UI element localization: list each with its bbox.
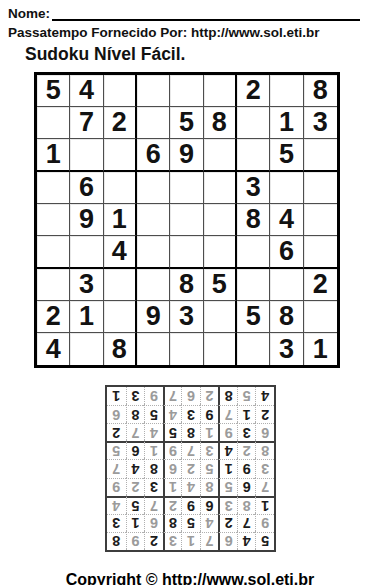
puzzle-given-cell: 5 [170, 107, 203, 139]
solution-given-cell: 1 [218, 459, 237, 477]
puzzle-given-cell: 4 [37, 333, 70, 365]
solution-given-cell: 4 [125, 459, 144, 477]
solution-given-cell: 1 [236, 405, 255, 423]
puzzle-given-cell: 8 [270, 301, 303, 333]
puzzle-empty-cell[interactable] [137, 333, 170, 365]
solution-solved-cell: 7 [107, 459, 126, 477]
puzzle-empty-cell[interactable] [204, 75, 237, 107]
solution-solved-cell: 5 [218, 478, 237, 496]
puzzle-empty-cell[interactable] [137, 75, 170, 107]
solution-area: 5467132989724586131836927547658413293915… [8, 385, 372, 552]
puzzle-empty-cell[interactable] [170, 204, 203, 236]
puzzle-empty-cell[interactable] [304, 139, 337, 172]
puzzle-given-cell: 8 [237, 204, 270, 236]
puzzle-given-cell: 3 [70, 269, 103, 301]
solution-solved-cell: 3 [162, 532, 181, 550]
solution-given-cell: 3 [107, 514, 126, 532]
solution-given-cell: 9 [181, 496, 200, 514]
solution-grid: 5467132989724586131836927547658413293915… [105, 385, 276, 552]
solution-given-cell: 5 [255, 532, 274, 550]
puzzle-given-cell: 6 [137, 139, 170, 172]
solution-solved-cell: 2 [125, 478, 144, 496]
solution-given-cell: 9 [236, 459, 255, 477]
solution-given-cell: 8 [144, 459, 163, 477]
solution-solved-cell: 9 [162, 441, 181, 459]
solution-solved-cell: 9 [218, 423, 237, 441]
name-fill-in-line [52, 6, 360, 21]
provider-text: Passatempo Fornecido Por: http://www.sol… [8, 25, 372, 40]
puzzle-empty-cell[interactable] [37, 236, 70, 269]
solution-solved-cell: 4 [144, 423, 163, 441]
solution-given-cell: 3 [181, 405, 200, 423]
solution-given-cell: 4 [255, 387, 274, 405]
puzzle-empty-cell[interactable] [170, 172, 203, 204]
solution-solved-cell: 7 [162, 387, 181, 405]
puzzle-empty-cell[interactable] [137, 107, 170, 139]
puzzle-empty-cell[interactable] [237, 107, 270, 139]
solution-given-cell: 8 [107, 532, 126, 550]
puzzle-empty-cell[interactable] [170, 333, 203, 365]
puzzle-given-cell: 1 [104, 204, 137, 236]
puzzle-empty-cell[interactable] [104, 301, 137, 333]
puzzle-empty-cell[interactable] [204, 333, 237, 365]
solution-solved-cell: 7 [255, 478, 274, 496]
puzzle-given-cell: 9 [137, 301, 170, 333]
solution-solved-cell: 4 [181, 478, 200, 496]
solution-given-cell: 3 [236, 423, 255, 441]
puzzle-grid: 542872581316956391844638522193584831 [34, 72, 340, 368]
solution-given-cell: 3 [125, 387, 144, 405]
puzzle-given-cell: 1 [304, 333, 337, 365]
puzzle-empty-cell[interactable] [70, 236, 103, 269]
puzzle-given-cell: 9 [70, 204, 103, 236]
puzzle-empty-cell[interactable] [304, 301, 337, 333]
puzzle-empty-cell[interactable] [37, 269, 70, 301]
solution-given-cell: 4 [236, 532, 255, 550]
puzzle-empty-cell[interactable] [204, 301, 237, 333]
solution-given-cell: 1 [255, 496, 274, 514]
solution-given-cell: 2 [107, 423, 126, 441]
puzzle-empty-cell[interactable] [204, 204, 237, 236]
solution-solved-cell: 8 [199, 478, 218, 496]
solution-given-cell: 6 [199, 496, 218, 514]
copyright-text: Copyright © http://www.sol.eti.br [8, 571, 372, 585]
puzzle-given-cell: 2 [304, 269, 337, 301]
solution-solved-cell: 2 [162, 496, 181, 514]
puzzle-given-cell: 8 [170, 269, 203, 301]
solution-solved-cell: 4 [199, 514, 218, 532]
puzzle-empty-cell[interactable] [37, 204, 70, 236]
solution-solved-cell: 6 [218, 532, 237, 550]
solution-solved-cell: 5 [236, 387, 255, 405]
puzzle-empty-cell[interactable] [104, 172, 137, 204]
solution-solved-cell: 3 [255, 459, 274, 477]
puzzle-given-cell: 3 [170, 301, 203, 333]
puzzle-empty-cell[interactable] [37, 172, 70, 204]
solution-given-cell: 4 [218, 441, 237, 459]
solution-solved-cell: 7 [125, 423, 144, 441]
puzzle-given-cell: 6 [70, 172, 103, 204]
solution-solved-cell: 6 [255, 423, 274, 441]
puzzle-given-cell: 2 [104, 107, 137, 139]
solution-solved-cell: 6 [181, 387, 200, 405]
solution-solved-cell: 9 [107, 478, 126, 496]
puzzle-empty-cell[interactable] [270, 75, 303, 107]
solution-solved-cell: 2 [236, 441, 255, 459]
solution-given-cell: 6 [236, 478, 255, 496]
solution-solved-cell: 2 [199, 387, 218, 405]
solution-solved-cell: 4 [107, 496, 126, 514]
puzzle-given-cell: 3 [237, 172, 270, 204]
solution-given-cell: 3 [144, 478, 163, 496]
solution-given-cell: 2 [218, 514, 237, 532]
solution-solved-cell: 1 [144, 441, 163, 459]
solution-solved-cell: 9 [255, 514, 274, 532]
solution-solved-cell: 7 [199, 532, 218, 550]
solution-solved-cell: 9 [125, 532, 144, 550]
puzzle-given-cell: 7 [70, 107, 103, 139]
solution-solved-cell: 6 [107, 405, 126, 423]
puzzle-given-cell: 2 [237, 75, 270, 107]
puzzle-empty-cell[interactable] [104, 75, 137, 107]
puzzle-empty-cell[interactable] [304, 236, 337, 269]
solution-solved-cell: 6 [162, 459, 181, 477]
puzzle-given-cell: 6 [270, 236, 303, 269]
puzzle-given-cell: 1 [37, 139, 70, 172]
solution-given-cell: 8 [218, 387, 237, 405]
name-label: Nome: [8, 6, 50, 21]
sudoku-page: Nome: Passatempo Fornecido Por: http://w… [0, 0, 380, 585]
puzzle-given-cell: 5 [204, 269, 237, 301]
puzzle-empty-cell[interactable] [237, 269, 270, 301]
solution-solved-cell: 3 [199, 441, 218, 459]
puzzle-empty-cell[interactable] [137, 204, 170, 236]
puzzle-given-cell: 1 [70, 301, 103, 333]
puzzle-given-cell: 5 [270, 139, 303, 172]
solution-solved-cell: 6 [144, 514, 163, 532]
puzzle-empty-cell[interactable] [170, 236, 203, 269]
solution-solved-cell: 1 [199, 423, 218, 441]
solution-given-cell: 5 [144, 405, 163, 423]
solution-solved-cell: 8 [236, 496, 255, 514]
puzzle-given-cell: 4 [104, 236, 137, 269]
puzzle-given-cell: 5 [37, 75, 70, 107]
puzzle-empty-cell[interactable] [70, 139, 103, 172]
solution-solved-cell: 9 [144, 387, 163, 405]
solution-given-cell: 8 [125, 405, 144, 423]
solution-given-cell: 8 [162, 514, 181, 532]
puzzle-empty-cell[interactable] [237, 236, 270, 269]
puzzle-given-cell: 2 [37, 301, 70, 333]
solution-solved-cell: 8 [255, 441, 274, 459]
puzzle-given-cell: 8 [204, 107, 237, 139]
solution-solved-cell: 1 [181, 532, 200, 550]
puzzle-given-cell: 8 [104, 333, 137, 365]
solution-solved-cell: 7 [181, 441, 200, 459]
puzzle-given-cell: 4 [270, 204, 303, 236]
solution-given-cell: 6 [125, 441, 144, 459]
name-row: Nome: [8, 4, 372, 21]
solution-solved-cell: 5 [199, 459, 218, 477]
puzzle-empty-cell[interactable] [104, 139, 137, 172]
solution-solved-cell: 4 [162, 405, 181, 423]
puzzle-empty-cell[interactable] [137, 236, 170, 269]
solution-given-cell: 8 [181, 423, 200, 441]
puzzle-given-cell: 3 [304, 107, 337, 139]
solution-given-cell: 2 [255, 405, 274, 423]
solution-given-cell: 5 [162, 423, 181, 441]
solution-given-cell: 5 [125, 496, 144, 514]
puzzle-empty-cell[interactable] [204, 139, 237, 172]
puzzle-given-cell: 8 [304, 75, 337, 107]
puzzle-given-cell: 9 [170, 139, 203, 172]
puzzle-empty-cell[interactable] [37, 107, 70, 139]
puzzle-empty-cell[interactable] [304, 204, 337, 236]
solution-solved-cell: 7 [218, 405, 237, 423]
puzzle-empty-cell[interactable] [237, 333, 270, 365]
puzzle-empty-cell[interactable] [137, 172, 170, 204]
puzzle-given-cell: 5 [237, 301, 270, 333]
puzzle-empty-cell[interactable] [204, 236, 237, 269]
puzzle-empty-cell[interactable] [237, 139, 270, 172]
solution-solved-cell: 1 [162, 478, 181, 496]
solution-given-cell: 1 [125, 514, 144, 532]
solution-solved-cell: 3 [218, 496, 237, 514]
puzzle-empty-cell[interactable] [70, 333, 103, 365]
puzzle-given-cell: 4 [70, 75, 103, 107]
solution-given-cell: 9 [199, 405, 218, 423]
puzzle-empty-cell[interactable] [137, 269, 170, 301]
solution-solved-cell: 7 [144, 496, 163, 514]
solution-solved-cell: 5 [107, 441, 126, 459]
puzzle-empty-cell[interactable] [270, 269, 303, 301]
solution-given-cell: 1 [107, 387, 126, 405]
solution-given-cell: 5 [181, 514, 200, 532]
puzzle-empty-cell[interactable] [104, 269, 137, 301]
solution-solved-cell: 2 [181, 459, 200, 477]
solution-given-cell: 2 [144, 532, 163, 550]
puzzle-given-cell: 3 [270, 333, 303, 365]
solution-given-cell: 7 [236, 514, 255, 532]
puzzle-empty-cell[interactable] [170, 75, 203, 107]
puzzle-empty-cell[interactable] [204, 172, 237, 204]
puzzle-empty-cell[interactable] [304, 172, 337, 204]
puzzle-given-cell: 1 [270, 107, 303, 139]
page-title: Sudoku Nível Fácil. [25, 44, 372, 65]
puzzle-empty-cell[interactable] [270, 172, 303, 204]
